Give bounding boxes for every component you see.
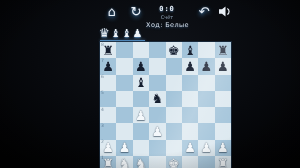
square-c1[interactable]: ♞: [133, 156, 149, 168]
square-g8[interactable]: [198, 42, 214, 58]
square-a6[interactable]: 6: [100, 75, 116, 91]
square-h6[interactable]: [215, 75, 231, 91]
black-rook-h8[interactable]: ♜: [217, 43, 229, 56]
black-pawn-g7[interactable]: ♟: [201, 59, 213, 72]
home-icon: ⌂: [108, 5, 116, 18]
sound-button[interactable]: [216, 3, 234, 19]
square-f8[interactable]: ♝: [182, 42, 198, 58]
square-f1[interactable]: [182, 156, 198, 168]
square-d6[interactable]: [149, 75, 165, 91]
restart-icon: ↻: [131, 5, 142, 18]
black-pawn-h7[interactable]: ♟: [217, 59, 229, 72]
captured-piece-bishop-1: ♝: [111, 28, 121, 39]
square-e7[interactable]: [166, 58, 182, 74]
undo-button[interactable]: ↶: [195, 3, 213, 19]
captured-piece-bishop-2: ♝: [122, 28, 132, 39]
square-e3[interactable]: [166, 123, 182, 139]
square-g5[interactable]: [198, 91, 214, 107]
square-b4[interactable]: [116, 107, 132, 123]
black-pawn-f7[interactable]: ♟: [184, 59, 196, 72]
square-c6[interactable]: ♝: [133, 75, 149, 91]
black-knight-d5[interactable]: ♞: [151, 92, 163, 105]
square-d8[interactable]: [149, 42, 165, 58]
score-display: 0:0 Счёт: [150, 5, 184, 20]
square-b1[interactable]: ♞: [116, 156, 132, 168]
speaker-icon: [219, 6, 232, 17]
white-pawn-b2[interactable]: ♟: [119, 141, 131, 154]
square-a5[interactable]: 5: [100, 91, 116, 107]
square-h7[interactable]: ♟: [215, 58, 231, 74]
square-b8[interactable]: [116, 42, 132, 58]
square-e6[interactable]: [166, 75, 182, 91]
captured-piece-pawn: ♟: [133, 28, 143, 39]
rank-label-5: 5: [101, 91, 104, 96]
score-label: Счёт: [150, 14, 184, 20]
white-knight-b1[interactable]: ♞: [119, 157, 131, 168]
square-g6[interactable]: [198, 75, 214, 91]
app-screen: ⌂ ↻ 0:0 Счёт ↶ Ход: Белые ♛ ♝ ♝ ♟ 8♜♚♝♜7…: [0, 0, 300, 168]
chess-board[interactable]: 8♜♚♝♜7♟♟♟♟♟6♝5♞4♟3♟2♟♟♟♟♟1♜♞♞♚♜: [100, 42, 231, 168]
square-b5[interactable]: [116, 91, 132, 107]
square-c3[interactable]: [133, 123, 149, 139]
black-pawn-a7[interactable]: ♟: [102, 59, 114, 72]
square-c7[interactable]: ♟: [133, 58, 149, 74]
square-b6[interactable]: [116, 75, 132, 91]
square-e1[interactable]: ♚: [166, 156, 182, 168]
undo-icon: ↶: [199, 5, 210, 18]
black-bishop-c6[interactable]: ♝: [135, 76, 147, 89]
square-h3[interactable]: [215, 123, 231, 139]
square-f5[interactable]: [182, 91, 198, 107]
white-pawn-f2[interactable]: ♟: [184, 141, 196, 154]
square-d2[interactable]: [149, 140, 165, 156]
square-e4[interactable]: [166, 107, 182, 123]
tray-highlight-bar: [100, 40, 145, 42]
white-rook-h1[interactable]: ♜: [217, 157, 229, 168]
square-h1[interactable]: ♜: [215, 156, 231, 168]
captured-pieces-tray: ♛ ♝ ♝ ♟: [99, 27, 143, 39]
square-h8[interactable]: ♜: [215, 42, 231, 58]
square-g3[interactable]: [198, 123, 214, 139]
square-a3[interactable]: 3: [100, 123, 116, 139]
square-d4[interactable]: [149, 107, 165, 123]
square-g4[interactable]: [198, 107, 214, 123]
white-pawn-g2[interactable]: ♟: [201, 141, 213, 154]
white-king-e1[interactable]: ♚: [168, 157, 180, 168]
black-bishop-f8[interactable]: ♝: [184, 43, 196, 56]
square-b7[interactable]: [116, 58, 132, 74]
board-area: 8♜♚♝♜7♟♟♟♟♟6♝5♞4♟3♟2♟♟♟♟♟1♜♞♞♚♜: [100, 42, 231, 168]
square-d3[interactable]: ♟: [149, 123, 165, 139]
square-h2[interactable]: ♟: [215, 140, 231, 156]
square-b2[interactable]: ♟: [116, 140, 132, 156]
white-pawn-a2[interactable]: ♟: [102, 141, 114, 154]
score-value: 0:0: [150, 5, 184, 13]
square-d7[interactable]: [149, 58, 165, 74]
square-f2[interactable]: ♟: [182, 140, 198, 156]
square-c5[interactable]: [133, 91, 149, 107]
square-f7[interactable]: ♟: [182, 58, 198, 74]
rank-label-3: 3: [101, 124, 104, 129]
black-king-e8[interactable]: ♚: [168, 43, 180, 56]
square-h4[interactable]: [215, 107, 231, 123]
square-e8[interactable]: ♚: [166, 42, 182, 58]
square-f6[interactable]: [182, 75, 198, 91]
square-c8[interactable]: [133, 42, 149, 58]
square-a1[interactable]: 1♜: [100, 156, 116, 168]
black-pawn-c7[interactable]: ♟: [135, 59, 147, 72]
white-pawn-d3[interactable]: ♟: [151, 124, 163, 137]
square-g2[interactable]: ♟: [198, 140, 214, 156]
square-e2[interactable]: [166, 140, 182, 156]
white-pawn-c4[interactable]: ♟: [135, 108, 147, 121]
square-d5[interactable]: ♞: [149, 91, 165, 107]
square-g7[interactable]: ♟: [198, 58, 214, 74]
black-rook-a8[interactable]: ♜: [102, 43, 114, 56]
white-pawn-h2[interactable]: ♟: [217, 141, 229, 154]
white-knight-c1[interactable]: ♞: [135, 157, 147, 168]
restart-button[interactable]: ↻: [127, 3, 145, 19]
square-f3[interactable]: [182, 123, 198, 139]
square-a8[interactable]: 8♜: [100, 42, 116, 58]
white-rook-a1[interactable]: ♜: [102, 157, 114, 168]
square-c2[interactable]: [133, 140, 149, 156]
square-a4[interactable]: 4: [100, 107, 116, 123]
square-c4[interactable]: ♟: [133, 107, 149, 123]
square-h5[interactable]: [215, 91, 231, 107]
square-a2[interactable]: 2♟: [100, 140, 116, 156]
home-button[interactable]: ⌂: [103, 3, 121, 19]
square-g1[interactable]: [198, 156, 214, 168]
square-f4[interactable]: [182, 107, 198, 123]
square-a7[interactable]: 7♟: [100, 58, 116, 74]
rank-label-4: 4: [101, 108, 104, 113]
square-b3[interactable]: [116, 123, 132, 139]
rank-label-6: 6: [101, 75, 104, 80]
square-d1[interactable]: [149, 156, 165, 168]
square-e5[interactable]: [166, 91, 182, 107]
captured-piece-queen: ♛: [99, 28, 110, 39]
